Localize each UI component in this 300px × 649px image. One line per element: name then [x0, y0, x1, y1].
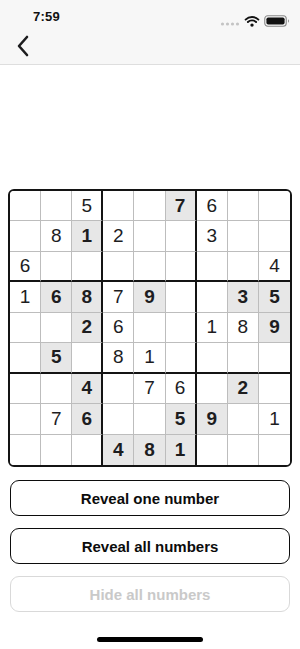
cell-r1c3[interactable]: 5: [72, 191, 103, 221]
cell-r6c5[interactable]: 1: [134, 343, 165, 373]
cell-r7c7[interactable]: [197, 374, 228, 404]
cell-r7c1[interactable]: [10, 374, 41, 404]
cell-r5c7[interactable]: 1: [197, 313, 228, 343]
cell-r9c1[interactable]: [10, 435, 41, 465]
cell-r9c4[interactable]: 4: [103, 435, 134, 465]
cell-r2c7[interactable]: 3: [197, 221, 228, 251]
cell-r1c6[interactable]: 7: [166, 191, 197, 221]
cell-r3c6[interactable]: [166, 252, 197, 282]
cell-r4c4[interactable]: 7: [103, 282, 134, 312]
cell-r1c5[interactable]: [134, 191, 165, 221]
cell-r6c1[interactable]: [10, 343, 41, 373]
cell-r3c7[interactable]: [197, 252, 228, 282]
cell-r8c7[interactable]: 9: [197, 404, 228, 434]
cell-r7c8[interactable]: 2: [228, 374, 259, 404]
cell-r2c9[interactable]: [259, 221, 290, 251]
cell-r4c7[interactable]: [197, 282, 228, 312]
back-button[interactable]: [8, 33, 36, 61]
sudoku-board: 576812364168793526189581476276591481: [8, 189, 292, 467]
cell-r6c3[interactable]: [72, 343, 103, 373]
cell-r4c2[interactable]: 6: [41, 282, 72, 312]
cell-r3c4[interactable]: [103, 252, 134, 282]
cell-r8c6[interactable]: 5: [166, 404, 197, 434]
status-time: 7:59: [33, 9, 60, 24]
cell-r6c8[interactable]: [228, 343, 259, 373]
cell-r9c8[interactable]: [228, 435, 259, 465]
cell-r1c9[interactable]: [259, 191, 290, 221]
cell-r3c1[interactable]: 6: [10, 252, 41, 282]
cell-r5c5[interactable]: [134, 313, 165, 343]
cell-r5c8[interactable]: 8: [228, 313, 259, 343]
cell-r6c2[interactable]: 5: [41, 343, 72, 373]
cell-r4c9[interactable]: 5: [259, 282, 290, 312]
cell-r8c9[interactable]: 1: [259, 404, 290, 434]
cell-r4c5[interactable]: 9: [134, 282, 165, 312]
cell-r5c3[interactable]: 2: [72, 313, 103, 343]
cell-r6c4[interactable]: 8: [103, 343, 134, 373]
cell-r3c8[interactable]: [228, 252, 259, 282]
nav-bar: 7:59: [0, 0, 300, 65]
cell-r8c4[interactable]: [103, 404, 134, 434]
cell-r7c3[interactable]: 4: [72, 374, 103, 404]
cell-r4c3[interactable]: 8: [72, 282, 103, 312]
cell-r1c7[interactable]: 6: [197, 191, 228, 221]
cell-r1c1[interactable]: [10, 191, 41, 221]
cell-r9c9[interactable]: [259, 435, 290, 465]
cell-r7c2[interactable]: [41, 374, 72, 404]
cell-r8c3[interactable]: 6: [72, 404, 103, 434]
cell-r2c1[interactable]: [10, 221, 41, 251]
cell-r5c2[interactable]: [41, 313, 72, 343]
cell-r8c1[interactable]: [10, 404, 41, 434]
cell-r2c6[interactable]: [166, 221, 197, 251]
cell-r8c2[interactable]: 7: [41, 404, 72, 434]
cell-r9c5[interactable]: 8: [134, 435, 165, 465]
home-indicator[interactable]: [97, 637, 203, 642]
cell-r2c2[interactable]: 8: [41, 221, 72, 251]
cell-r6c7[interactable]: [197, 343, 228, 373]
cell-r5c6[interactable]: [166, 313, 197, 343]
cell-r3c9[interactable]: 4: [259, 252, 290, 282]
cellular-signal-icon: [220, 15, 240, 27]
reveal-one-number-button[interactable]: Reveal one number: [10, 480, 290, 516]
cell-r2c4[interactable]: 2: [103, 221, 134, 251]
cell-r9c3[interactable]: [72, 435, 103, 465]
cell-r2c8[interactable]: [228, 221, 259, 251]
cell-r8c8[interactable]: [228, 404, 259, 434]
cell-r8c5[interactable]: [134, 404, 165, 434]
cell-r2c5[interactable]: [134, 221, 165, 251]
cell-r5c4[interactable]: 6: [103, 313, 134, 343]
hide-all-numbers-button: Hide all numbers: [10, 576, 290, 612]
cell-r3c3[interactable]: [72, 252, 103, 282]
battery-icon: [264, 15, 290, 27]
cell-r5c9[interactable]: 9: [259, 313, 290, 343]
cell-r4c8[interactable]: 3: [228, 282, 259, 312]
cell-r6c6[interactable]: [166, 343, 197, 373]
cell-r2c3[interactable]: 1: [72, 221, 103, 251]
cell-r7c9[interactable]: [259, 374, 290, 404]
screen: 7:59 576812364: [0, 0, 300, 649]
cell-r3c5[interactable]: [134, 252, 165, 282]
chevron-left-icon: [16, 35, 29, 57]
cell-r7c6[interactable]: 6: [166, 374, 197, 404]
cell-r3c2[interactable]: [41, 252, 72, 282]
cell-r7c5[interactable]: 7: [134, 374, 165, 404]
cell-r7c4[interactable]: [103, 374, 134, 404]
cell-r5c1[interactable]: [10, 313, 41, 343]
status-icons: [220, 15, 290, 27]
cell-r9c7[interactable]: [197, 435, 228, 465]
cell-r1c4[interactable]: [103, 191, 134, 221]
cell-r1c2[interactable]: [41, 191, 72, 221]
cell-r4c6[interactable]: [166, 282, 197, 312]
cell-r4c1[interactable]: 1: [10, 282, 41, 312]
cell-r9c6[interactable]: 1: [166, 435, 197, 465]
cell-r6c9[interactable]: [259, 343, 290, 373]
reveal-all-numbers-button[interactable]: Reveal all numbers: [10, 528, 290, 564]
cell-r9c2[interactable]: [41, 435, 72, 465]
wifi-icon: [244, 15, 260, 27]
cell-r1c8[interactable]: [228, 191, 259, 221]
